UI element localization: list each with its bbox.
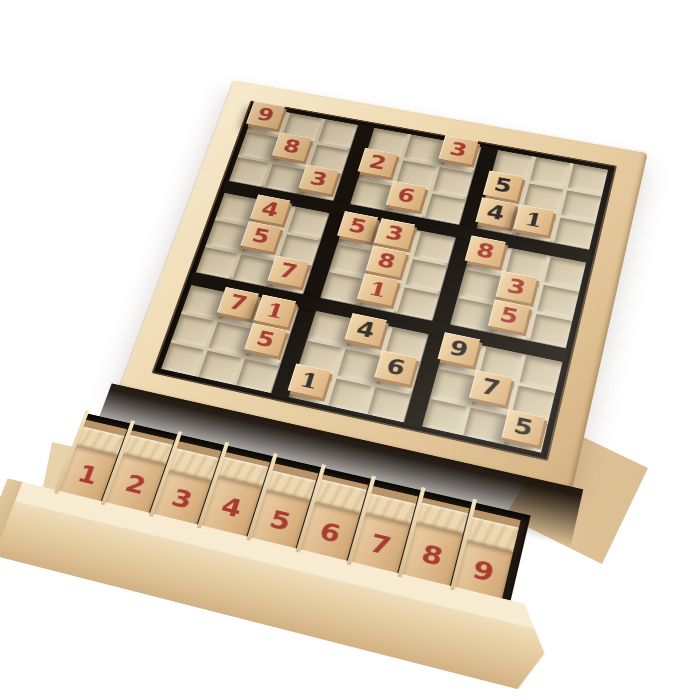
tile-5-r6c8[interactable]: 5 (488, 299, 530, 332)
cell-r1c5[interactable] (404, 134, 444, 163)
cell-r4c4[interactable]: 5 (339, 217, 380, 248)
tile-1-r3c8[interactable]: 1 (513, 204, 554, 235)
cell-r4c1[interactable] (216, 193, 257, 223)
cell-r5c2[interactable]: 5 (242, 227, 283, 258)
cell-r1c9[interactable] (568, 164, 608, 194)
tile-9-r7c7[interactable]: 9 (438, 332, 481, 366)
cell-r7c1[interactable] (182, 286, 224, 318)
tile-4-r4c2[interactable]: 4 (250, 194, 291, 224)
tile-7-r8c8[interactable]: 7 (469, 370, 512, 405)
cell-r5c1[interactable] (206, 220, 247, 251)
tile-6-r8c6[interactable]: 6 (374, 350, 417, 384)
cell-r7c5[interactable]: 4 (347, 320, 389, 354)
board-plane: 9382536414538583715714956715 123456789 (48, 79, 648, 699)
tile-3-r1c6[interactable]: 3 (438, 135, 478, 164)
cell-r4c7[interactable]: 8 (467, 242, 508, 274)
tile-4-r7c5[interactable]: 4 (345, 313, 387, 346)
cell-r1c8[interactable] (530, 157, 570, 187)
cell-r5c6[interactable] (405, 259, 447, 291)
cell-r8c5[interactable] (338, 349, 381, 383)
cell-r2c6[interactable] (433, 167, 473, 197)
tile-7-r6c3[interactable]: 7 (267, 255, 309, 287)
tile-1-r7c3[interactable]: 1 (254, 294, 296, 327)
cell-r7c7[interactable]: 9 (440, 339, 483, 373)
cell-r2c4[interactable]: 2 (360, 154, 400, 184)
cell-r7c9[interactable] (519, 355, 562, 390)
tile-5-r8c3[interactable]: 5 (244, 323, 287, 356)
cell-r8c7[interactable] (432, 369, 475, 404)
tile-3-r4c5[interactable]: 3 (374, 218, 415, 249)
cell-r7c2[interactable]: 7 (219, 293, 261, 326)
tile-8-r4c7[interactable]: 8 (465, 235, 506, 267)
cell-r1c1[interactable]: 9 (248, 107, 287, 135)
tile-5-r4c4[interactable]: 5 (337, 211, 378, 242)
tile-3-r3c3[interactable]: 3 (299, 164, 339, 194)
cell-r2c1[interactable] (238, 132, 278, 161)
tile-9-r1c1[interactable]: 9 (246, 101, 285, 129)
cell-r7c4[interactable] (308, 312, 350, 345)
tile-1-r6c5[interactable]: 1 (357, 273, 399, 305)
tile-8-r2c2[interactable]: 8 (272, 132, 312, 161)
cell-r1c6[interactable]: 3 (441, 141, 481, 171)
cell-r8c6[interactable]: 6 (376, 357, 419, 392)
product-photo-wooden-sudoku: 9382536414538583715714956715 123456789 (0, 0, 700, 700)
cell-r2c9[interactable] (561, 190, 602, 221)
cell-r4c9[interactable] (544, 256, 586, 289)
cell-r8c2[interactable] (209, 322, 251, 355)
cell-r5c7[interactable] (459, 270, 501, 303)
tile-4-r3c7[interactable]: 4 (475, 197, 516, 228)
tile-1-r9c4[interactable]: 1 (288, 363, 331, 398)
tile-5-r2c7[interactable]: 5 (483, 171, 523, 201)
cell-r8c1[interactable] (172, 314, 214, 347)
tile-8-r5c5[interactable]: 8 (366, 245, 407, 277)
cell-r5c9[interactable] (537, 285, 579, 318)
tile-6-r3c5[interactable]: 6 (386, 181, 426, 211)
tile-5-r5c2[interactable]: 5 (240, 221, 281, 252)
cell-r2c2[interactable]: 8 (274, 138, 314, 167)
cell-r5c4[interactable] (330, 244, 371, 276)
cell-r8c8[interactable]: 7 (471, 377, 514, 412)
tile-7-r7c2[interactable]: 7 (217, 287, 259, 319)
tile-2-r2c4[interactable]: 2 (358, 148, 398, 177)
cell-r4c6[interactable] (414, 231, 455, 263)
tile-3-r5c8[interactable]: 3 (496, 271, 538, 304)
